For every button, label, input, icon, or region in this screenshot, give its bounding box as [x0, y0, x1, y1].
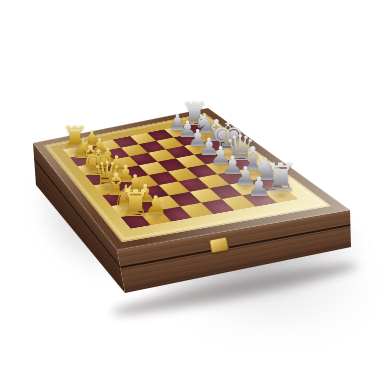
piece-black-p-a7[interactable]: ♟: [242, 174, 275, 201]
piece-white-r-a1[interactable]: ♜: [113, 186, 158, 223]
product-photo-stage: ♜♟♞♟♝♟♟♜♚♟♟♞♛♟♟♝♝♟♟♚♞♟♟♛♜♟♝♟♟♞♟♜: [0, 0, 380, 380]
